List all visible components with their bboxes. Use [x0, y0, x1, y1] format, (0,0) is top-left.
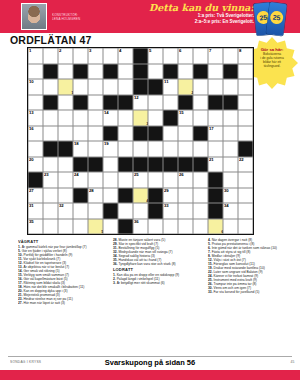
grid-cell[interactable]: 36	[133, 219, 148, 235]
blocked-cell	[193, 126, 208, 142]
grid-cell[interactable]	[103, 157, 118, 173]
grid-cell[interactable]	[28, 64, 43, 80]
grid-cell[interactable]: 12	[133, 95, 148, 111]
cell-number: 28	[89, 188, 94, 192]
blocked-cell	[73, 95, 88, 111]
clue-lists: VÅGRÄTT1. Är gammal kärlek när par firar…	[18, 238, 296, 356]
grid-cell[interactable]	[238, 203, 253, 219]
cell-number: 35	[29, 219, 34, 223]
grid-cell[interactable]	[103, 48, 118, 64]
cell-number: 19	[104, 141, 109, 145]
clue-item: 27. Hör man när löpet är satt (3)	[18, 301, 106, 305]
grid-cell[interactable]	[193, 95, 208, 111]
grid-cell[interactable]	[208, 64, 223, 80]
grid-cell[interactable]: 5	[148, 48, 163, 64]
grid-cell[interactable]	[178, 188, 193, 204]
cell-number: 6	[179, 48, 181, 52]
cell-number: 3	[89, 48, 91, 52]
grid-cell[interactable]: 28	[88, 188, 103, 204]
cell-number: 23	[44, 172, 49, 176]
clue-item: 3. Är betydligt mer rött skummat (6)	[113, 280, 201, 284]
grid-cell[interactable]	[193, 203, 208, 219]
blocked-cell	[73, 64, 88, 80]
blocked-cell	[223, 64, 238, 80]
grid-cell[interactable]	[118, 141, 133, 157]
grid-cell[interactable]	[73, 219, 88, 235]
grid-cell[interactable]: 4	[118, 48, 133, 64]
blocked-cell	[223, 95, 238, 111]
grid-cell[interactable]	[193, 48, 208, 64]
grid-cell[interactable]	[148, 141, 163, 157]
grid-cell[interactable]	[208, 79, 223, 95]
howto-text: Gör så här: Bokstävernai de gula rutorna…	[250, 47, 294, 68]
competition-letter-cell[interactable]: 3	[133, 110, 148, 126]
grid-cell[interactable]: 23	[43, 172, 58, 188]
grid-cell[interactable]: 31	[28, 203, 43, 219]
cell-number: 33	[164, 203, 169, 207]
blocked-cell	[193, 157, 208, 173]
grid-cell[interactable]	[58, 172, 73, 188]
cell-number: 21	[209, 157, 214, 161]
grid-cell[interactable]: 16	[28, 126, 43, 142]
ticket-value-badge: 25	[269, 10, 283, 24]
blocked-cell	[133, 64, 148, 80]
grid-cell[interactable]	[73, 79, 88, 95]
clue-list-header: VÅGRÄTT	[18, 239, 106, 244]
clue-column-3: 4. När dagen övergår i natt (8)5. Prutas…	[208, 238, 296, 305]
grid-cell[interactable]	[58, 64, 73, 80]
cell-number: 20	[29, 157, 34, 161]
blocked-cell	[103, 126, 118, 142]
cell-number: 34	[224, 203, 229, 207]
howto-lines: Bokstävernai de gula rutornabildar här e…	[250, 52, 294, 68]
grid-cell[interactable]: 35	[28, 219, 43, 235]
cell-number: 2	[59, 48, 61, 52]
blocked-cell	[148, 157, 163, 173]
grid-cell[interactable]	[223, 126, 238, 142]
cell-number: 11	[164, 79, 169, 83]
grid-cell[interactable]	[238, 188, 253, 204]
grid-cell[interactable]	[103, 219, 118, 235]
blocked-cell	[118, 157, 133, 173]
grid-cell[interactable]: 11	[163, 79, 178, 95]
blocked-cell	[88, 157, 103, 173]
grid-cell[interactable]	[118, 203, 133, 219]
cell-number: 15	[179, 110, 184, 114]
prize-line-2: 2:a–5:e pris: En Sverigelott.	[104, 19, 254, 25]
cell-number: 13	[29, 110, 34, 114]
grid-cell[interactable]	[178, 141, 193, 157]
grid-cell[interactable]	[133, 141, 148, 157]
grid-cell[interactable]	[223, 110, 238, 126]
grid-cell[interactable]	[43, 157, 58, 173]
cell-number: 10	[29, 79, 34, 83]
grid-cell[interactable]	[58, 219, 73, 235]
grid-cell[interactable]	[223, 157, 238, 173]
competition-letter-cell[interactable]: 4	[133, 188, 148, 204]
grid-cell[interactable]	[43, 48, 58, 64]
grid-cell[interactable]	[118, 79, 133, 95]
blocked-cell	[238, 141, 253, 157]
blocked-cell	[133, 157, 148, 173]
grid-cell[interactable]: 32	[58, 203, 73, 219]
blocked-cell	[148, 126, 163, 142]
grid-cell[interactable]	[148, 110, 163, 126]
competition-letter-cell[interactable]: 5	[88, 219, 103, 235]
grid-cell[interactable]	[238, 126, 253, 142]
grid-cell[interactable]	[73, 126, 88, 142]
prize-banner: KONSTRUKTÖR: LENA HOLMGREN Detta kan du …	[0, 0, 300, 33]
grid-cell[interactable]	[193, 141, 208, 157]
grid-cell[interactable]	[43, 110, 58, 126]
grid-cell[interactable]: 26	[178, 172, 193, 188]
blocked-cell	[133, 126, 148, 142]
grid-cell[interactable]	[163, 219, 178, 235]
grid-cell[interactable]	[43, 219, 58, 235]
grid-cell[interactable]: 20	[28, 157, 43, 173]
cell-number: 26	[179, 172, 184, 176]
cell-number: 36	[134, 219, 139, 223]
blocked-cell	[58, 141, 73, 157]
blocked-cell	[148, 188, 163, 204]
grid-cell[interactable]	[238, 110, 253, 126]
grid-cell[interactable]	[28, 141, 43, 157]
clue-list-header: LODRÄTT	[113, 267, 201, 272]
blocked-cell	[118, 188, 133, 204]
blocked-cell	[148, 203, 163, 219]
cell-number: 8	[239, 48, 241, 52]
crossword-grid[interactable]: 1234567810111212131431516171819202122232…	[27, 47, 254, 235]
blocked-cell	[103, 64, 118, 80]
grid-cell[interactable]	[238, 172, 253, 188]
grid-cell[interactable]: 3	[88, 48, 103, 64]
grid-cell[interactable]	[148, 64, 163, 80]
grid-cell[interactable]	[103, 188, 118, 204]
grid-cell[interactable]	[103, 79, 118, 95]
grid-cell[interactable]	[238, 79, 253, 95]
blocked-cell	[163, 157, 178, 173]
blocked-cell	[73, 157, 88, 173]
blocked-cell	[148, 79, 163, 95]
blocked-cell	[178, 95, 193, 111]
cell-number: 29	[164, 188, 169, 192]
cell-number: 1	[29, 48, 31, 52]
grid-cell[interactable]	[193, 110, 208, 126]
blocked-cell	[208, 95, 223, 111]
cell-number: 7	[209, 48, 211, 52]
cell-number: 4	[119, 48, 121, 52]
newspaper-crossword-page: KONSTRUKTÖR: LENA HOLMGREN Detta kan du …	[0, 0, 300, 380]
grid-cell[interactable]	[238, 219, 253, 235]
grid-cell[interactable]	[73, 110, 88, 126]
cell-number: 12	[134, 95, 139, 99]
grid-cell[interactable]: 25	[133, 172, 148, 188]
grid-cell[interactable]: 21	[208, 157, 223, 173]
grid-cell[interactable]	[223, 48, 238, 64]
cell-number: 5	[149, 48, 151, 52]
blocked-cell	[118, 219, 133, 235]
grid-cell[interactable]: 8	[238, 48, 253, 64]
grid-cell[interactable]	[73, 48, 88, 64]
grid-cell[interactable]	[208, 110, 223, 126]
grid-cell[interactable]	[193, 79, 208, 95]
blocked-cell	[208, 188, 223, 204]
grid-cell[interactable]: 29	[163, 188, 178, 204]
cell-number: 32	[59, 203, 64, 207]
page-number: 45	[290, 360, 294, 364]
blocked-cell	[103, 95, 118, 111]
grid-cell[interactable]	[88, 110, 103, 126]
competition-letter-cell[interactable]: 1	[58, 79, 73, 95]
grid-cell[interactable]	[223, 79, 238, 95]
grid-cell[interactable]	[43, 188, 58, 204]
blocked-cell	[193, 64, 208, 80]
blocked-cell	[73, 188, 88, 204]
grid-cell[interactable]	[88, 203, 103, 219]
blocked-cell	[133, 48, 148, 64]
clue-column-2: 28. Måste en tänjare säkert vara (5)29. …	[113, 238, 201, 305]
cell-number: 18	[74, 141, 79, 145]
grid-cell[interactable]	[223, 219, 238, 235]
grid-cell[interactable]	[163, 141, 178, 157]
cell-number: 31	[29, 203, 34, 207]
grid-cell[interactable]: 30	[223, 188, 238, 204]
grid-cell[interactable]	[148, 95, 163, 111]
clue-item: 33. Får stå korund för juvelkund (5)	[208, 290, 296, 294]
constructor-photo-frame	[21, 3, 47, 30]
grid-cell[interactable]	[88, 79, 103, 95]
grid-cell[interactable]: 34	[223, 203, 238, 219]
blocked-cell	[43, 141, 58, 157]
grid-cell[interactable]	[28, 95, 43, 111]
blocked-cell	[133, 79, 148, 95]
prize-text-block: Detta kan du vinna: 1:a pris: Två Sverig…	[104, 3, 254, 24]
lottery-ticket-icon: 25	[266, 2, 287, 36]
grid-cell[interactable]: 22	[238, 157, 253, 173]
grid-cell[interactable]: 19	[103, 141, 118, 157]
grid-cell[interactable]	[88, 64, 103, 80]
bottom-red-bar	[0, 370, 300, 380]
grid-cell[interactable]	[88, 126, 103, 142]
answer-coupon-note: Svarskupong på sidan 56	[0, 358, 300, 367]
competition-letter-cell[interactable]: 2	[178, 79, 193, 95]
grid-cell[interactable]	[88, 141, 103, 157]
grid-cell[interactable]	[193, 188, 208, 204]
grid-cell[interactable]	[88, 95, 103, 111]
grid-cell[interactable]	[58, 188, 73, 204]
grid-cell[interactable]: 18	[73, 141, 88, 157]
clue-column-1: VÅGRÄTT1. Är gammal kärlek när par firar…	[18, 238, 106, 305]
cell-number: 30	[224, 188, 229, 192]
competition-letter-cell[interactable]: 6	[208, 219, 223, 235]
grid-cell[interactable]	[208, 141, 223, 157]
grid-cell[interactable]	[58, 110, 73, 126]
grid-cell[interactable]: 15	[178, 110, 193, 126]
grid-cell[interactable]: 24	[73, 172, 88, 188]
grid-cell[interactable]	[148, 172, 163, 188]
grid-cell[interactable]	[238, 95, 253, 111]
grid-cell[interactable]	[118, 64, 133, 80]
grid-cell[interactable]	[58, 157, 73, 173]
grid-cell[interactable]: 6	[178, 48, 193, 64]
grid-cell[interactable]	[163, 126, 178, 142]
grid-cell[interactable]	[43, 203, 58, 219]
blocked-cell	[178, 157, 193, 173]
grid-cell[interactable]	[223, 141, 238, 157]
lottery-tickets-graphic: 25 25	[252, 1, 290, 39]
grid-cell[interactable]	[163, 172, 178, 188]
grid-cell[interactable]: 10	[28, 79, 43, 95]
grid-cell[interactable]	[238, 64, 253, 80]
cell-number: 22	[239, 157, 244, 161]
grid-cell[interactable]: 1	[28, 48, 43, 64]
grid-cell[interactable]: 2	[58, 48, 73, 64]
grid-cell[interactable]: 27	[28, 188, 43, 204]
win-headline: Detta kan du vinna:	[104, 3, 254, 13]
grid-cell[interactable]	[163, 48, 178, 64]
cell-number: 24	[74, 172, 79, 176]
cell-number: 17	[209, 126, 214, 130]
grid-cell[interactable]	[118, 110, 133, 126]
blocked-cell	[163, 110, 178, 126]
blocked-cell	[163, 64, 178, 80]
cell-number: 16	[29, 126, 34, 130]
grid-cell[interactable]: 13	[28, 110, 43, 126]
grid-cell[interactable]	[193, 172, 208, 188]
grid-cell[interactable]	[178, 203, 193, 219]
grid-cell[interactable]	[103, 172, 118, 188]
grid-cell[interactable]: 14	[103, 110, 118, 126]
blocked-cell	[208, 203, 223, 219]
grid-cell[interactable]: 17	[208, 126, 223, 142]
grid-cell[interactable]	[223, 172, 238, 188]
grid-cell[interactable]	[193, 219, 208, 235]
grid-cell[interactable]	[88, 172, 103, 188]
grid-cell[interactable]	[178, 126, 193, 142]
blocked-cell	[43, 95, 58, 111]
grid-cell[interactable]	[58, 126, 73, 142]
grid-cell[interactable]	[118, 172, 133, 188]
grid-cell[interactable]	[58, 95, 73, 111]
grid-cell[interactable]	[178, 219, 193, 235]
grid-cell[interactable]	[133, 203, 148, 219]
blocked-cell	[103, 203, 118, 219]
page-title: ORDFLÄTAN 47	[10, 34, 92, 46]
clue-item: 36. Tyngdlyftare kan vara stor och stark…	[113, 262, 201, 266]
grid-cell[interactable]	[163, 95, 178, 111]
blocked-cell	[208, 172, 223, 188]
blocked-cell	[28, 172, 43, 188]
grid-cell[interactable]	[148, 219, 163, 235]
blocked-cell	[118, 95, 133, 111]
cell-number: 25	[134, 172, 139, 176]
grid-cell[interactable]	[43, 79, 58, 95]
grid-cell[interactable]: 33	[163, 203, 178, 219]
blocked-cell	[43, 64, 58, 80]
grid-cell[interactable]: 7	[208, 48, 223, 64]
footer-divider	[8, 356, 292, 357]
grid-cell[interactable]	[178, 64, 193, 80]
cell-number: 14	[104, 110, 109, 114]
grid-cell[interactable]	[73, 203, 88, 219]
grid-cell[interactable]	[118, 126, 133, 142]
cell-number: 27	[29, 188, 34, 192]
grid-cell[interactable]	[43, 126, 58, 142]
constructor-photo	[22, 4, 46, 29]
